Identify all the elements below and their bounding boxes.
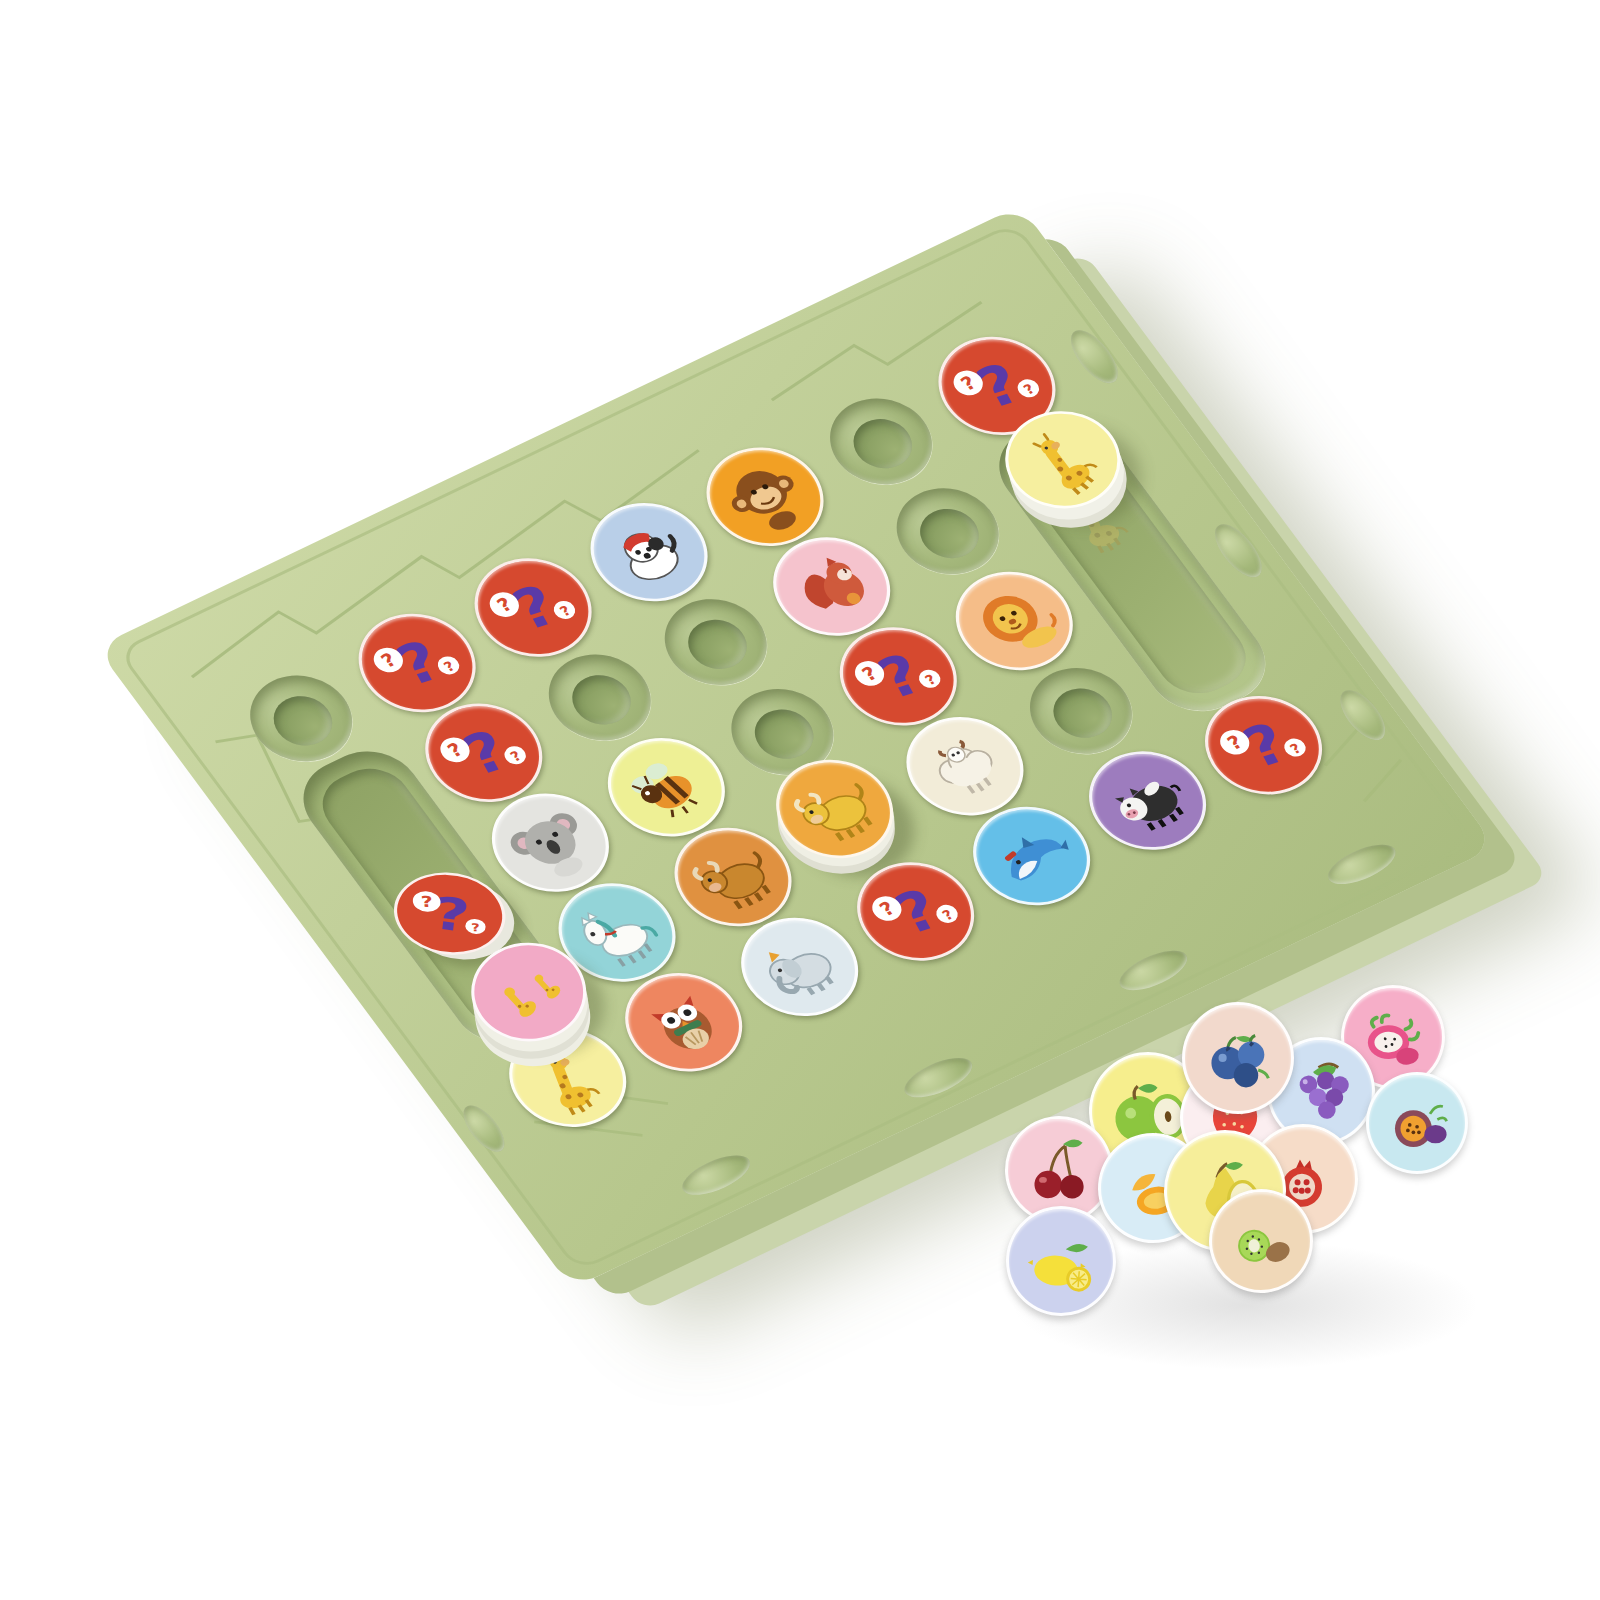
fruit-pile [0, 0, 1600, 1600]
fruit-token-kiwi[interactable] [1202, 1182, 1319, 1299]
fruit-token-blueberry[interactable] [1182, 1002, 1294, 1114]
fruit-token-passionfruit[interactable] [1366, 1072, 1468, 1174]
product-photo-scene: ? ? ?? ? ? ? ? ?? ? ? ? ? ? ? ? ? ? ? ? … [0, 0, 1600, 1600]
fruit-token-lemon[interactable] [1002, 1202, 1119, 1319]
